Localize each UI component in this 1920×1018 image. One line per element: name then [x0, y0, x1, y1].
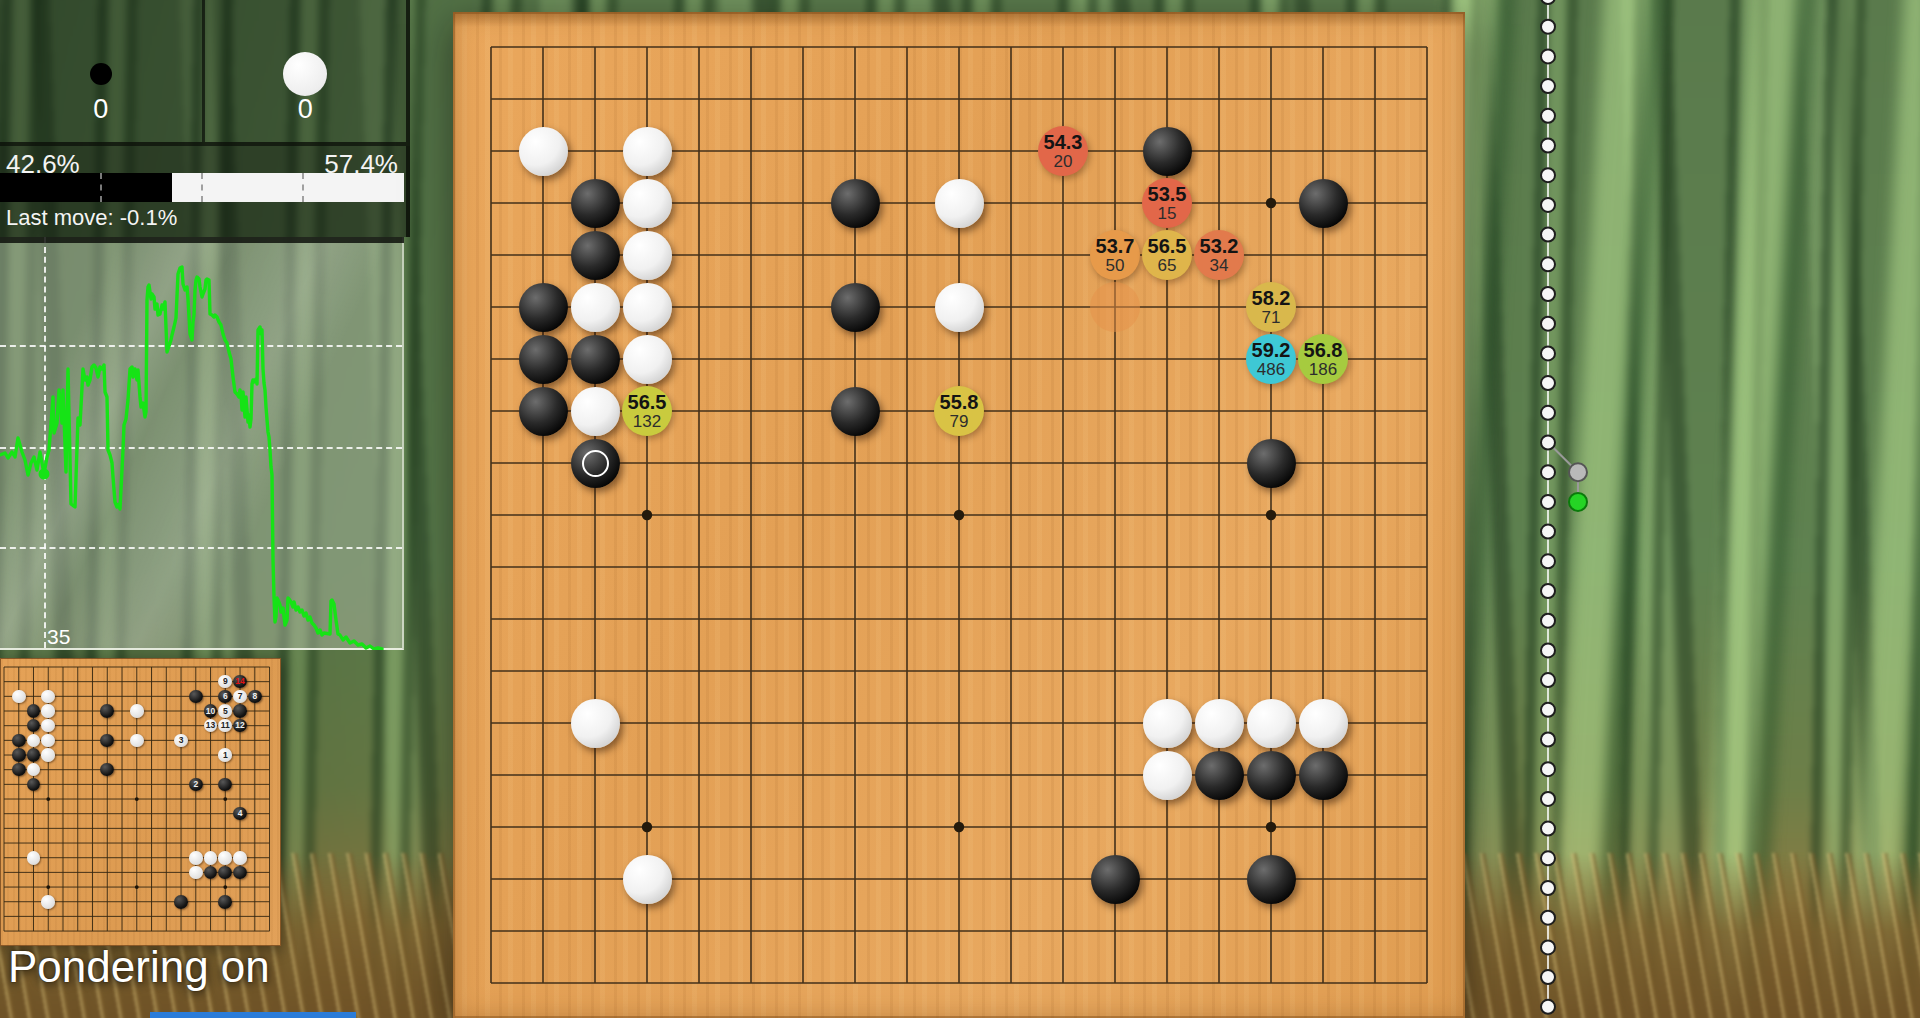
- suggestion-visits: 132: [633, 413, 661, 430]
- board-grid: [453, 12, 1465, 1018]
- suggestion-faded-N14[interactable]: [1090, 282, 1140, 332]
- variation-move-number: 7: [238, 692, 243, 701]
- tree-node[interactable]: [1541, 436, 1555, 450]
- tree-node[interactable]: [1541, 822, 1555, 836]
- bar-half-mark: [201, 173, 203, 202]
- tree-node[interactable]: [1541, 79, 1555, 93]
- variation-black-stone: [189, 690, 203, 704]
- suggestion-P15[interactable]: 53.234: [1194, 230, 1244, 280]
- winrate-panel: 42.6% 57.4% Last move: -0.1%: [0, 146, 410, 237]
- suggestion-visits: 71: [1262, 309, 1281, 326]
- white-stone: [623, 855, 672, 904]
- variation-white-stone: [41, 895, 55, 909]
- tree-node[interactable]: [1541, 257, 1555, 271]
- tree-branch-node[interactable]: [1569, 463, 1587, 481]
- tree-node[interactable]: [1541, 49, 1555, 63]
- variation-black-stone: [12, 748, 26, 762]
- tree-node[interactable]: [1541, 376, 1555, 390]
- variation-move-number: 5: [223, 707, 228, 716]
- white-stone: [1299, 699, 1348, 748]
- variation-white-stone: [12, 690, 26, 704]
- black-stone: [519, 283, 568, 332]
- suggestion-R13[interactable]: 56.8186: [1298, 334, 1348, 384]
- black-stone-icon: [90, 63, 112, 85]
- variation-move-number: 13: [206, 721, 215, 730]
- black-stone: [519, 387, 568, 436]
- variation-white-stone: [130, 704, 144, 718]
- variation-move-3: 3: [174, 734, 188, 748]
- variation-move-number: 8: [252, 692, 257, 701]
- tree-node[interactable]: [1541, 614, 1555, 628]
- suggestion-winrate: 56.8: [1304, 340, 1343, 360]
- main-board[interactable]: 54.32053.51553.75056.56553.23458.27159.2…: [453, 12, 1465, 1018]
- suggestion-winrate: 54.3: [1044, 132, 1083, 152]
- variation-move-number: 14: [235, 677, 244, 686]
- variation-move-number: 4: [238, 809, 243, 818]
- suggestion-visits: 34: [1210, 257, 1229, 274]
- variation-black-stone: [233, 704, 247, 718]
- tree-node[interactable]: [1541, 762, 1555, 776]
- tree-node[interactable]: [1541, 168, 1555, 182]
- variation-black-stone: [218, 866, 232, 880]
- black-stone: [571, 231, 620, 280]
- tree-node[interactable]: [1541, 495, 1555, 509]
- tree-node[interactable]: [1541, 673, 1555, 687]
- variation-move-number: 12: [235, 721, 244, 730]
- white-stone: [1195, 699, 1244, 748]
- variation-white-stone: [204, 851, 218, 865]
- suggestion-winrate: 53.2: [1200, 236, 1239, 256]
- variation-move-8: 8: [248, 690, 262, 704]
- suggestion-D12[interactable]: 56.5132: [622, 386, 672, 436]
- black-stone: [519, 335, 568, 384]
- variation-move-number: 11: [221, 721, 230, 730]
- suggestion-visits: 65: [1158, 257, 1177, 274]
- suggestion-winrate: 59.2: [1252, 340, 1291, 360]
- variation-black-stone: [27, 704, 41, 718]
- suggestion-Q13[interactable]: 59.2486: [1246, 334, 1296, 384]
- white-stone-icon: [283, 52, 327, 96]
- variation-move-6: 6: [218, 690, 232, 704]
- suggestion-winrate: 53.7: [1096, 236, 1135, 256]
- tree-node[interactable]: [1541, 20, 1555, 34]
- variation-move-7: 7: [233, 690, 247, 704]
- black-stone: [1091, 855, 1140, 904]
- variation-white-stone: [41, 734, 55, 748]
- variation-move-number: 1: [223, 751, 228, 760]
- winrate-bar: [0, 173, 404, 202]
- suggestion-visits: 486: [1257, 361, 1285, 378]
- suggestion-visits: 79: [950, 413, 969, 430]
- white-stone: [623, 335, 672, 384]
- variation-black-stone: [12, 763, 26, 777]
- tree-node[interactable]: [1541, 525, 1555, 539]
- variation-board: 1234567891011121314: [0, 658, 281, 946]
- variation-black-stone: [174, 895, 188, 909]
- graph-top-border: [0, 237, 404, 243]
- tree-current-node[interactable]: [1569, 493, 1587, 511]
- tree-node[interactable]: [1541, 109, 1555, 123]
- pondering-status: Pondering on: [8, 942, 270, 992]
- tree-node[interactable]: [1541, 554, 1555, 568]
- white-stone: [571, 283, 620, 332]
- variation-move-5: 5: [218, 704, 232, 718]
- variation-white-stone: [218, 851, 232, 865]
- variation-white-stone: [189, 851, 203, 865]
- suggestion-visits: 50: [1106, 257, 1125, 274]
- tree-node[interactable]: [1541, 643, 1555, 657]
- tree-node[interactable]: [1541, 228, 1555, 242]
- black-stone: [1143, 127, 1192, 176]
- variation-white-stone: [41, 704, 55, 718]
- tree-node[interactable]: [1541, 792, 1555, 806]
- winrate-graph[interactable]: 35: [0, 237, 404, 650]
- black-stone: [1247, 439, 1296, 488]
- move-tree: [1530, 0, 1620, 1018]
- white-stone: [519, 127, 568, 176]
- suggestion-O16[interactable]: 53.515: [1142, 178, 1192, 228]
- black-stone: [1247, 751, 1296, 800]
- variation-black-stone: [12, 734, 26, 748]
- bar-quarter-mark: [100, 173, 102, 202]
- tree-node[interactable]: [1541, 881, 1555, 895]
- variation-move-number: 10: [206, 707, 215, 716]
- suggestion-visits: 20: [1054, 153, 1073, 170]
- white-stone: [623, 179, 672, 228]
- black-stone: [1299, 751, 1348, 800]
- winrate-curve: [0, 237, 404, 650]
- variation-black-stone: [218, 778, 232, 792]
- tree-node[interactable]: [1541, 584, 1555, 598]
- suggestion-winrate: 55.8: [940, 392, 979, 412]
- variation-move-10: 10: [204, 704, 218, 718]
- suggestion-winrate: 56.5: [628, 392, 667, 412]
- capture-panel: 0 0: [0, 0, 410, 146]
- black-capture-count: 0: [0, 94, 202, 125]
- white-stone: [623, 283, 672, 332]
- capture-white-cell: 0: [205, 0, 407, 142]
- tree-node[interactable]: [1541, 317, 1555, 331]
- variation-black-stone: [218, 895, 232, 909]
- white-stone: [935, 179, 984, 228]
- last-move-marker: [582, 450, 609, 477]
- suggestion-visits: 15: [1158, 205, 1177, 222]
- white-stone: [1143, 699, 1192, 748]
- variation-black-stone: [233, 866, 247, 880]
- background-window-sliver: [150, 1012, 356, 1018]
- variation-white-stone: [41, 748, 55, 762]
- suggestion-K12[interactable]: 55.879: [934, 386, 984, 436]
- variation-black-stone: [27, 748, 41, 762]
- variation-white-stone: [27, 851, 41, 865]
- variation-white-stone: [130, 734, 144, 748]
- winrate-bar-black: [0, 173, 172, 202]
- black-stone: [1247, 855, 1296, 904]
- tree-node[interactable]: [1541, 198, 1555, 212]
- suggestion-visits: 186: [1309, 361, 1337, 378]
- black-stone: [571, 335, 620, 384]
- tree-node[interactable]: [1541, 346, 1555, 360]
- last-move-delta-label: Last move: -0.1%: [6, 205, 177, 231]
- variation-black-stone: [100, 704, 114, 718]
- tree-node[interactable]: [1541, 287, 1555, 301]
- variation-move-number: 2: [193, 780, 198, 789]
- white-stone: [1247, 699, 1296, 748]
- black-stone: [831, 179, 880, 228]
- tree-node[interactable]: [1541, 139, 1555, 153]
- tree-node[interactable]: [1541, 465, 1555, 479]
- black-stone: [1299, 179, 1348, 228]
- suggestion-N15[interactable]: 53.750: [1090, 230, 1140, 280]
- tree-node[interactable]: [1541, 940, 1555, 954]
- white-stone: [1143, 751, 1192, 800]
- variation-move-number: 9: [223, 677, 228, 686]
- variation-move-2: 2: [189, 778, 203, 792]
- tree-node[interactable]: [1541, 911, 1555, 925]
- tree-node[interactable]: [1541, 733, 1555, 747]
- variation-move-number: 3: [179, 736, 184, 745]
- suggestion-Q14[interactable]: 58.271: [1246, 282, 1296, 332]
- tree-node[interactable]: [1541, 406, 1555, 420]
- variation-black-stone: [100, 734, 114, 748]
- variation-white-stone: [233, 851, 247, 865]
- variation-move-number: 6: [223, 692, 228, 701]
- tree-node[interactable]: [1541, 703, 1555, 717]
- suggestion-winrate: 56.5: [1148, 236, 1187, 256]
- bar-quarter-mark: [302, 173, 304, 202]
- suggestion-winrate: 53.5: [1148, 184, 1187, 204]
- tree-node[interactable]: [1541, 851, 1555, 865]
- move-number-label: 35: [47, 625, 70, 649]
- white-stone: [623, 127, 672, 176]
- white-stone: [571, 699, 620, 748]
- suggestion-O15[interactable]: 56.565: [1142, 230, 1192, 280]
- variation-move-1: 1: [218, 748, 232, 762]
- white-stone: [935, 283, 984, 332]
- capture-black-cell: 0: [0, 0, 205, 142]
- variation-white-stone: [189, 866, 203, 880]
- black-stone: [571, 179, 620, 228]
- variation-white-stone: [41, 690, 55, 704]
- suggestion-M17[interactable]: 54.320: [1038, 126, 1088, 176]
- white-stone: [571, 387, 620, 436]
- tree-node[interactable]: [1541, 1000, 1555, 1014]
- black-stone: [1195, 751, 1244, 800]
- white-capture-count: 0: [205, 94, 407, 125]
- black-stone: [571, 439, 620, 488]
- white-stone: [623, 231, 672, 280]
- tree-node[interactable]: [1541, 970, 1555, 984]
- suggestion-winrate: 58.2: [1252, 288, 1291, 308]
- tree-node[interactable]: [1541, 0, 1555, 4]
- black-stone: [831, 387, 880, 436]
- black-stone: [831, 283, 880, 332]
